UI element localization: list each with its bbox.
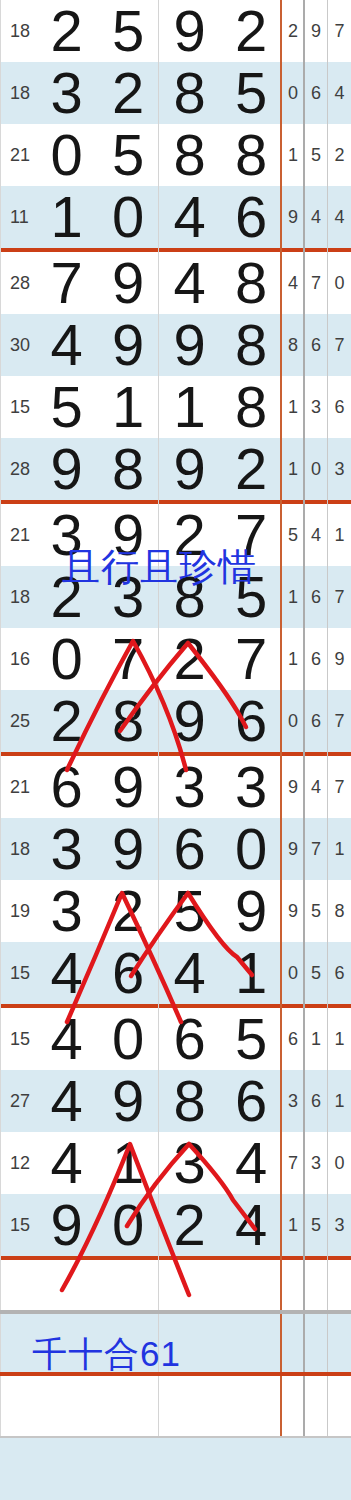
draw-digit-cell: 6 xyxy=(159,818,221,880)
draw-digit-cell: 3 xyxy=(36,818,98,880)
sum-cell: 28 xyxy=(0,252,36,314)
draw-row: 155118136 xyxy=(0,376,351,438)
sum-cell: 18 xyxy=(0,62,36,124)
side-digit-cell: 1 xyxy=(282,1194,304,1256)
side-digit-cell: 6 xyxy=(328,942,351,1004)
draw-row: 154641056 xyxy=(0,942,351,1004)
side-digit-cell: 1 xyxy=(304,1008,328,1070)
draw-digit-cell: 2 xyxy=(36,0,98,62)
group-divider-line xyxy=(0,1256,351,1260)
draw-digit-cell: 2 xyxy=(98,62,160,124)
lottery-trend-chart: 1825922971832850642105881521110469442879… xyxy=(0,0,351,1500)
draw-row: 183285064 xyxy=(0,62,351,124)
side-digit-cell: 6 xyxy=(304,690,328,752)
side-digit-cell: 7 xyxy=(328,0,351,62)
sum-cell: 15 xyxy=(0,1008,36,1070)
side-digit-cell: 1 xyxy=(282,124,304,186)
left-edge-line xyxy=(0,0,1,1436)
draw-digit-cell: 4 xyxy=(36,942,98,1004)
draw-rows-area: 1825922971832850642105881521110469442879… xyxy=(0,0,351,1260)
draw-digit-cell: 8 xyxy=(221,124,283,186)
side-digit-cell: 5 xyxy=(304,942,328,1004)
side-digit-cell: 1 xyxy=(282,628,304,690)
sum-cell: 12 xyxy=(0,1132,36,1194)
draw-row: 159024153 xyxy=(0,1194,351,1256)
sum-cell: 21 xyxy=(0,124,36,186)
sum-cell: 21 xyxy=(0,504,36,566)
side-digit-cell: 4 xyxy=(328,186,351,248)
draw-digit-cell: 5 xyxy=(98,124,160,186)
side-digit-cell: 1 xyxy=(328,1008,351,1070)
side-digit-cell: 7 xyxy=(328,314,351,376)
draw-digit-cell: 4 xyxy=(36,1070,98,1132)
sum-cell: 15 xyxy=(0,942,36,1004)
draw-digit-cell: 0 xyxy=(221,818,283,880)
draw-row: 193259958 xyxy=(0,880,351,942)
draw-digit-cell: 1 xyxy=(98,1132,160,1194)
side-digit-cell: 3 xyxy=(282,1070,304,1132)
sum-cell: 18 xyxy=(0,0,36,62)
draw-digit-cell: 4 xyxy=(36,1008,98,1070)
group-divider-line xyxy=(0,500,351,504)
draw-digit-cell: 4 xyxy=(221,1132,283,1194)
draw-digit-cell: 9 xyxy=(159,0,221,62)
side-digit-cell: 9 xyxy=(328,628,351,690)
side-digit-cell: 4 xyxy=(328,62,351,124)
side-digit-cell: 0 xyxy=(328,1132,351,1194)
draw-digit-cell: 4 xyxy=(36,1132,98,1194)
draw-digit-cell: 9 xyxy=(159,438,221,500)
group-divider-line xyxy=(0,1004,351,1008)
note-band: 千十合61 xyxy=(0,1314,351,1372)
draw-digit-cell: 6 xyxy=(159,1008,221,1070)
draw-digit-cell: 4 xyxy=(159,186,221,248)
side-digit-cell: 7 xyxy=(304,818,328,880)
draw-digit-cell: 8 xyxy=(159,124,221,186)
sum-cell: 27 xyxy=(0,1070,36,1132)
draw-row: 252896067 xyxy=(0,690,351,752)
draw-digit-cell: 9 xyxy=(36,1194,98,1256)
side-digit-cell: 7 xyxy=(328,690,351,752)
draw-row: 183960971 xyxy=(0,818,351,880)
draw-digit-cell: 9 xyxy=(159,314,221,376)
side-digit-cell: 7 xyxy=(328,756,351,818)
draw-digit-cell: 1 xyxy=(221,942,283,1004)
side-digit-cell: 9 xyxy=(304,0,328,62)
side-digit-cell: 4 xyxy=(304,504,328,566)
draw-row: 182592297 xyxy=(0,0,351,62)
side-digit-cell: 6 xyxy=(304,314,328,376)
draw-digit-cell: 5 xyxy=(221,1008,283,1070)
side-digit-cell: 0 xyxy=(282,62,304,124)
draw-row: 154065611 xyxy=(0,1008,351,1070)
draw-digit-cell: 7 xyxy=(36,252,98,314)
draw-row: 111046944 xyxy=(0,186,351,248)
draw-digit-cell: 7 xyxy=(221,628,283,690)
draw-digit-cell: 3 xyxy=(221,756,283,818)
side-digit-cell: 5 xyxy=(282,504,304,566)
annotation-gap xyxy=(0,1260,351,1310)
side-digit-cell: 6 xyxy=(304,566,328,628)
footer-band xyxy=(0,1438,351,1500)
sum-cell: 15 xyxy=(0,376,36,438)
side-digit-cell: 7 xyxy=(328,566,351,628)
draw-digit-cell: 2 xyxy=(159,1194,221,1256)
draw-digit-cell: 8 xyxy=(221,376,283,438)
draw-digit-cell: 6 xyxy=(221,690,283,752)
side-digit-cell: 0 xyxy=(328,252,351,314)
group-divider-line xyxy=(0,248,351,252)
draw-digit-cell: 9 xyxy=(98,818,160,880)
draw-digit-cell: 9 xyxy=(159,690,221,752)
draw-row: 124134730 xyxy=(0,1132,351,1194)
side-digit-cell: 0 xyxy=(304,438,328,500)
sum-cell: 18 xyxy=(0,566,36,628)
side-digit-cell: 2 xyxy=(328,124,351,186)
empty-row xyxy=(0,1376,351,1436)
draw-row: 304998867 xyxy=(0,314,351,376)
side-column-gridline-1 xyxy=(303,0,305,1436)
side-digit-cell: 5 xyxy=(304,1194,328,1256)
side-digit-cell: 1 xyxy=(328,818,351,880)
draw-digit-cell: 5 xyxy=(36,376,98,438)
group-divider-line xyxy=(0,752,351,756)
sum-cell: 15 xyxy=(0,1194,36,1256)
draw-digit-cell: 1 xyxy=(98,376,160,438)
draw-digit-cell: 1 xyxy=(36,186,98,248)
draw-digit-cell: 5 xyxy=(221,62,283,124)
side-digit-cell: 8 xyxy=(328,880,351,942)
side-digit-cell: 3 xyxy=(328,438,351,500)
digit-column-gridline xyxy=(158,0,159,1436)
side-digit-cell: 3 xyxy=(328,1194,351,1256)
side-digit-cell: 6 xyxy=(304,62,328,124)
draw-digit-cell: 9 xyxy=(98,756,160,818)
sum-cell: 28 xyxy=(0,438,36,500)
side-digit-cell: 1 xyxy=(282,566,304,628)
side-digit-cell: 6 xyxy=(282,1008,304,1070)
side-digit-cell: 7 xyxy=(304,252,328,314)
draw-digit-cell: 4 xyxy=(159,942,221,1004)
side-digit-cell: 4 xyxy=(304,186,328,248)
draw-digit-cell: 1 xyxy=(159,376,221,438)
draw-row: 289892103 xyxy=(0,438,351,500)
side-digit-cell: 0 xyxy=(282,690,304,752)
sum-cell: 25 xyxy=(0,690,36,752)
side-digit-cell: 6 xyxy=(304,1070,328,1132)
draw-digit-cell: 0 xyxy=(36,628,98,690)
side-digit-cell: 1 xyxy=(282,376,304,438)
draw-digit-cell: 8 xyxy=(159,1070,221,1132)
draw-digit-cell: 7 xyxy=(98,628,160,690)
draw-digit-cell: 8 xyxy=(98,690,160,752)
sum-cell: 30 xyxy=(0,314,36,376)
draw-digit-cell: 0 xyxy=(98,1194,160,1256)
draw-digit-cell: 8 xyxy=(98,438,160,500)
side-digit-cell: 9 xyxy=(282,186,304,248)
draw-digit-cell: 6 xyxy=(221,186,283,248)
side-digit-cell: 4 xyxy=(282,252,304,314)
side-digit-cell: 6 xyxy=(304,628,328,690)
draw-digit-cell: 4 xyxy=(36,314,98,376)
side-digit-cell: 3 xyxy=(304,1132,328,1194)
draw-digit-cell: 6 xyxy=(221,1070,283,1132)
draw-row: 210588152 xyxy=(0,124,351,186)
sum-cell: 18 xyxy=(0,818,36,880)
draw-digit-cell: 2 xyxy=(221,0,283,62)
side-digit-cell: 4 xyxy=(304,756,328,818)
side-digit-cell: 6 xyxy=(328,376,351,438)
side-digit-cell: 2 xyxy=(282,0,304,62)
sum-cell: 19 xyxy=(0,880,36,942)
draw-digit-cell: 0 xyxy=(98,186,160,248)
side-digit-cell: 1 xyxy=(328,1070,351,1132)
handwritten-note-mid: 且行且珍惜 xyxy=(62,548,257,586)
side-digit-cell: 7 xyxy=(282,1132,304,1194)
draw-digit-cell: 2 xyxy=(98,880,160,942)
draw-digit-cell: 9 xyxy=(98,1070,160,1132)
draw-digit-cell: 6 xyxy=(36,756,98,818)
sum-cell: 16 xyxy=(0,628,36,690)
draw-digit-cell: 6 xyxy=(98,942,160,1004)
draw-digit-cell: 3 xyxy=(159,756,221,818)
draw-digit-cell: 2 xyxy=(221,438,283,500)
draw-digit-cell: 2 xyxy=(36,690,98,752)
side-digit-cell: 0 xyxy=(282,942,304,1004)
draw-digit-cell: 5 xyxy=(159,880,221,942)
side-digit-cell: 8 xyxy=(282,314,304,376)
side-digit-cell: 9 xyxy=(282,818,304,880)
draw-digit-cell: 8 xyxy=(221,314,283,376)
draw-digit-cell: 3 xyxy=(36,880,98,942)
side-digit-cell: 1 xyxy=(328,504,351,566)
draw-digit-cell: 4 xyxy=(221,1194,283,1256)
draw-digit-cell: 3 xyxy=(36,62,98,124)
accent-vertical-line xyxy=(280,0,282,1436)
handwritten-note-bottom: 千十合61 xyxy=(32,1335,181,1372)
draw-digit-cell: 9 xyxy=(98,252,160,314)
draw-row: 274986361 xyxy=(0,1070,351,1132)
side-digit-cell: 5 xyxy=(304,880,328,942)
draw-row: 160727169 xyxy=(0,628,351,690)
draw-digit-cell: 3 xyxy=(159,1132,221,1194)
draw-digit-cell: 0 xyxy=(36,124,98,186)
side-digit-cell: 3 xyxy=(304,376,328,438)
side-digit-cell: 9 xyxy=(282,756,304,818)
side-digit-cell: 5 xyxy=(304,124,328,186)
draw-digit-cell: 8 xyxy=(159,62,221,124)
draw-row: 287948470 xyxy=(0,252,351,314)
side-column-gridline-2 xyxy=(327,0,328,1436)
footer-separator-line xyxy=(0,1436,351,1438)
draw-digit-cell: 2 xyxy=(159,628,221,690)
section-band xyxy=(0,1310,351,1314)
draw-digit-cell: 8 xyxy=(221,252,283,314)
draw-digit-cell: 9 xyxy=(98,314,160,376)
draw-digit-cell: 9 xyxy=(221,880,283,942)
sum-cell: 21 xyxy=(0,756,36,818)
side-digit-cell: 1 xyxy=(282,438,304,500)
draw-digit-cell: 4 xyxy=(159,252,221,314)
draw-row: 216933947 xyxy=(0,756,351,818)
draw-digit-cell: 5 xyxy=(98,0,160,62)
side-digit-cell: 9 xyxy=(282,880,304,942)
draw-digit-cell: 0 xyxy=(98,1008,160,1070)
sum-cell: 11 xyxy=(0,186,36,248)
draw-digit-cell: 9 xyxy=(36,438,98,500)
